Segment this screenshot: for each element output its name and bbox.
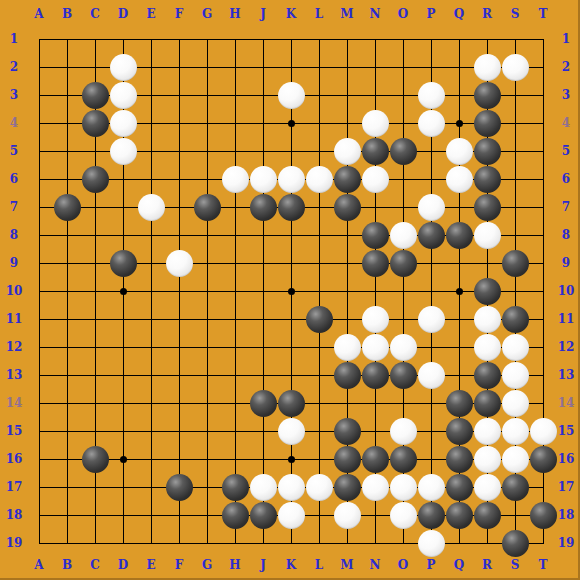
intersection-T1[interactable] bbox=[529, 25, 557, 53]
intersection-J12[interactable] bbox=[249, 333, 277, 361]
intersection-D14[interactable] bbox=[109, 389, 137, 417]
intersection-R10[interactable] bbox=[473, 277, 501, 305]
intersection-T2[interactable] bbox=[529, 53, 557, 81]
intersection-B16[interactable] bbox=[53, 445, 81, 473]
intersection-K7[interactable] bbox=[277, 193, 305, 221]
intersection-S1[interactable] bbox=[501, 25, 529, 53]
intersection-T13[interactable] bbox=[529, 361, 557, 389]
intersection-S18[interactable] bbox=[501, 501, 529, 529]
intersection-P1[interactable] bbox=[417, 25, 445, 53]
intersection-Q2[interactable] bbox=[445, 53, 473, 81]
intersection-G5[interactable] bbox=[193, 137, 221, 165]
intersection-C4[interactable] bbox=[81, 109, 109, 137]
intersection-H17[interactable] bbox=[221, 473, 249, 501]
intersection-D15[interactable] bbox=[109, 417, 137, 445]
intersection-R7[interactable] bbox=[473, 193, 501, 221]
intersection-B4[interactable] bbox=[53, 109, 81, 137]
intersection-O17[interactable] bbox=[389, 473, 417, 501]
intersection-N2[interactable] bbox=[361, 53, 389, 81]
intersection-H4[interactable] bbox=[221, 109, 249, 137]
intersection-B7[interactable] bbox=[53, 193, 81, 221]
intersection-F17[interactable] bbox=[165, 473, 193, 501]
intersection-Q4[interactable] bbox=[445, 109, 473, 137]
intersection-N8[interactable] bbox=[361, 221, 389, 249]
intersection-L2[interactable] bbox=[305, 53, 333, 81]
intersection-G2[interactable] bbox=[193, 53, 221, 81]
intersection-A14[interactable] bbox=[25, 389, 53, 417]
intersection-T8[interactable] bbox=[529, 221, 557, 249]
intersection-G15[interactable] bbox=[193, 417, 221, 445]
intersection-G4[interactable] bbox=[193, 109, 221, 137]
intersection-F13[interactable] bbox=[165, 361, 193, 389]
intersection-A5[interactable] bbox=[25, 137, 53, 165]
intersection-T18[interactable] bbox=[529, 501, 557, 529]
intersection-B9[interactable] bbox=[53, 249, 81, 277]
intersection-A17[interactable] bbox=[25, 473, 53, 501]
intersection-F11[interactable] bbox=[165, 305, 193, 333]
intersection-R9[interactable] bbox=[473, 249, 501, 277]
intersection-O8[interactable] bbox=[389, 221, 417, 249]
intersection-K12[interactable] bbox=[277, 333, 305, 361]
intersection-O13[interactable] bbox=[389, 361, 417, 389]
intersection-A3[interactable] bbox=[25, 81, 53, 109]
intersection-R1[interactable] bbox=[473, 25, 501, 53]
intersection-T3[interactable] bbox=[529, 81, 557, 109]
intersection-F12[interactable] bbox=[165, 333, 193, 361]
intersection-J13[interactable] bbox=[249, 361, 277, 389]
intersection-L5[interactable] bbox=[305, 137, 333, 165]
intersection-L10[interactable] bbox=[305, 277, 333, 305]
intersection-M3[interactable] bbox=[333, 81, 361, 109]
intersection-G6[interactable] bbox=[193, 165, 221, 193]
intersection-E13[interactable] bbox=[137, 361, 165, 389]
intersection-K4[interactable] bbox=[277, 109, 305, 137]
intersection-T17[interactable] bbox=[529, 473, 557, 501]
intersection-A15[interactable] bbox=[25, 417, 53, 445]
intersection-Q3[interactable] bbox=[445, 81, 473, 109]
intersection-P4[interactable] bbox=[417, 109, 445, 137]
intersection-M18[interactable] bbox=[333, 501, 361, 529]
intersection-E4[interactable] bbox=[137, 109, 165, 137]
intersection-H13[interactable] bbox=[221, 361, 249, 389]
intersection-D3[interactable] bbox=[109, 81, 137, 109]
intersection-T14[interactable] bbox=[529, 389, 557, 417]
intersection-S14[interactable] bbox=[501, 389, 529, 417]
intersection-J10[interactable] bbox=[249, 277, 277, 305]
intersection-C5[interactable] bbox=[81, 137, 109, 165]
intersection-P2[interactable] bbox=[417, 53, 445, 81]
intersection-B3[interactable] bbox=[53, 81, 81, 109]
intersection-G9[interactable] bbox=[193, 249, 221, 277]
intersection-J19[interactable] bbox=[249, 529, 277, 557]
intersection-M7[interactable] bbox=[333, 193, 361, 221]
intersection-Q9[interactable] bbox=[445, 249, 473, 277]
intersection-N7[interactable] bbox=[361, 193, 389, 221]
intersection-E9[interactable] bbox=[137, 249, 165, 277]
intersection-R17[interactable] bbox=[473, 473, 501, 501]
intersection-M16[interactable] bbox=[333, 445, 361, 473]
intersection-N13[interactable] bbox=[361, 361, 389, 389]
intersection-H19[interactable] bbox=[221, 529, 249, 557]
intersection-D5[interactable] bbox=[109, 137, 137, 165]
intersection-M13[interactable] bbox=[333, 361, 361, 389]
intersection-N19[interactable] bbox=[361, 529, 389, 557]
intersection-C17[interactable] bbox=[81, 473, 109, 501]
intersection-M6[interactable] bbox=[333, 165, 361, 193]
intersection-E15[interactable] bbox=[137, 417, 165, 445]
intersection-A7[interactable] bbox=[25, 193, 53, 221]
intersection-F19[interactable] bbox=[165, 529, 193, 557]
intersection-T11[interactable] bbox=[529, 305, 557, 333]
intersection-K11[interactable] bbox=[277, 305, 305, 333]
intersection-G18[interactable] bbox=[193, 501, 221, 529]
intersection-S7[interactable] bbox=[501, 193, 529, 221]
intersection-M12[interactable] bbox=[333, 333, 361, 361]
intersection-C16[interactable] bbox=[81, 445, 109, 473]
intersection-J3[interactable] bbox=[249, 81, 277, 109]
intersection-J7[interactable] bbox=[249, 193, 277, 221]
intersection-S2[interactable] bbox=[501, 53, 529, 81]
intersection-T9[interactable] bbox=[529, 249, 557, 277]
intersection-D12[interactable] bbox=[109, 333, 137, 361]
intersection-H8[interactable] bbox=[221, 221, 249, 249]
intersection-C12[interactable] bbox=[81, 333, 109, 361]
intersection-P6[interactable] bbox=[417, 165, 445, 193]
intersection-L17[interactable] bbox=[305, 473, 333, 501]
intersection-G16[interactable] bbox=[193, 445, 221, 473]
intersection-P18[interactable] bbox=[417, 501, 445, 529]
intersection-D1[interactable] bbox=[109, 25, 137, 53]
intersection-G7[interactable] bbox=[193, 193, 221, 221]
intersection-T5[interactable] bbox=[529, 137, 557, 165]
intersection-N16[interactable] bbox=[361, 445, 389, 473]
intersection-R13[interactable] bbox=[473, 361, 501, 389]
intersection-A12[interactable] bbox=[25, 333, 53, 361]
intersection-R6[interactable] bbox=[473, 165, 501, 193]
intersection-L19[interactable] bbox=[305, 529, 333, 557]
intersection-F9[interactable] bbox=[165, 249, 193, 277]
intersection-J15[interactable] bbox=[249, 417, 277, 445]
intersection-T7[interactable] bbox=[529, 193, 557, 221]
intersection-L11[interactable] bbox=[305, 305, 333, 333]
intersection-F15[interactable] bbox=[165, 417, 193, 445]
intersection-O12[interactable] bbox=[389, 333, 417, 361]
intersection-F16[interactable] bbox=[165, 445, 193, 473]
intersection-C7[interactable] bbox=[81, 193, 109, 221]
intersection-L14[interactable] bbox=[305, 389, 333, 417]
intersection-C19[interactable] bbox=[81, 529, 109, 557]
intersection-G12[interactable] bbox=[193, 333, 221, 361]
intersection-R2[interactable] bbox=[473, 53, 501, 81]
intersection-F8[interactable] bbox=[165, 221, 193, 249]
intersection-A6[interactable] bbox=[25, 165, 53, 193]
intersection-C3[interactable] bbox=[81, 81, 109, 109]
intersection-D2[interactable] bbox=[109, 53, 137, 81]
intersection-B6[interactable] bbox=[53, 165, 81, 193]
intersection-B17[interactable] bbox=[53, 473, 81, 501]
intersection-N14[interactable] bbox=[361, 389, 389, 417]
intersection-R19[interactable] bbox=[473, 529, 501, 557]
intersection-R8[interactable] bbox=[473, 221, 501, 249]
intersection-S9[interactable] bbox=[501, 249, 529, 277]
intersection-J2[interactable] bbox=[249, 53, 277, 81]
intersection-K19[interactable] bbox=[277, 529, 305, 557]
intersection-B18[interactable] bbox=[53, 501, 81, 529]
intersection-O14[interactable] bbox=[389, 389, 417, 417]
intersection-N9[interactable] bbox=[361, 249, 389, 277]
intersection-J4[interactable] bbox=[249, 109, 277, 137]
intersection-R3[interactable] bbox=[473, 81, 501, 109]
intersection-T16[interactable] bbox=[529, 445, 557, 473]
intersection-A9[interactable] bbox=[25, 249, 53, 277]
intersection-L16[interactable] bbox=[305, 445, 333, 473]
intersection-D18[interactable] bbox=[109, 501, 137, 529]
intersection-R11[interactable] bbox=[473, 305, 501, 333]
intersection-E7[interactable] bbox=[137, 193, 165, 221]
intersection-M1[interactable] bbox=[333, 25, 361, 53]
intersection-E11[interactable] bbox=[137, 305, 165, 333]
intersection-H14[interactable] bbox=[221, 389, 249, 417]
intersection-Q11[interactable] bbox=[445, 305, 473, 333]
intersection-E3[interactable] bbox=[137, 81, 165, 109]
intersection-F2[interactable] bbox=[165, 53, 193, 81]
intersection-T6[interactable] bbox=[529, 165, 557, 193]
intersection-H2[interactable] bbox=[221, 53, 249, 81]
intersection-C10[interactable] bbox=[81, 277, 109, 305]
intersection-S8[interactable] bbox=[501, 221, 529, 249]
intersection-R18[interactable] bbox=[473, 501, 501, 529]
intersection-R14[interactable] bbox=[473, 389, 501, 417]
intersection-O1[interactable] bbox=[389, 25, 417, 53]
intersection-F10[interactable] bbox=[165, 277, 193, 305]
intersection-S3[interactable] bbox=[501, 81, 529, 109]
intersection-J5[interactable] bbox=[249, 137, 277, 165]
intersection-E16[interactable] bbox=[137, 445, 165, 473]
intersection-G11[interactable] bbox=[193, 305, 221, 333]
intersection-M9[interactable] bbox=[333, 249, 361, 277]
intersection-O9[interactable] bbox=[389, 249, 417, 277]
intersection-D17[interactable] bbox=[109, 473, 137, 501]
intersection-B10[interactable] bbox=[53, 277, 81, 305]
intersection-C8[interactable] bbox=[81, 221, 109, 249]
intersection-B2[interactable] bbox=[53, 53, 81, 81]
intersection-R16[interactable] bbox=[473, 445, 501, 473]
intersection-C18[interactable] bbox=[81, 501, 109, 529]
intersection-Q17[interactable] bbox=[445, 473, 473, 501]
intersection-F1[interactable] bbox=[165, 25, 193, 53]
intersection-A10[interactable] bbox=[25, 277, 53, 305]
intersection-N12[interactable] bbox=[361, 333, 389, 361]
intersection-P3[interactable] bbox=[417, 81, 445, 109]
intersection-K6[interactable] bbox=[277, 165, 305, 193]
intersection-H10[interactable] bbox=[221, 277, 249, 305]
intersection-Q6[interactable] bbox=[445, 165, 473, 193]
intersection-D19[interactable] bbox=[109, 529, 137, 557]
intersection-B11[interactable] bbox=[53, 305, 81, 333]
intersection-M8[interactable] bbox=[333, 221, 361, 249]
intersection-H7[interactable] bbox=[221, 193, 249, 221]
intersection-Q15[interactable] bbox=[445, 417, 473, 445]
intersection-O6[interactable] bbox=[389, 165, 417, 193]
intersection-J16[interactable] bbox=[249, 445, 277, 473]
intersection-S4[interactable] bbox=[501, 109, 529, 137]
intersection-O5[interactable] bbox=[389, 137, 417, 165]
intersection-C11[interactable] bbox=[81, 305, 109, 333]
intersection-P14[interactable] bbox=[417, 389, 445, 417]
intersection-O2[interactable] bbox=[389, 53, 417, 81]
intersection-S15[interactable] bbox=[501, 417, 529, 445]
intersection-A8[interactable] bbox=[25, 221, 53, 249]
intersection-G8[interactable] bbox=[193, 221, 221, 249]
intersection-E10[interactable] bbox=[137, 277, 165, 305]
intersection-F6[interactable] bbox=[165, 165, 193, 193]
intersection-O18[interactable] bbox=[389, 501, 417, 529]
intersection-H5[interactable] bbox=[221, 137, 249, 165]
intersection-B1[interactable] bbox=[53, 25, 81, 53]
intersection-J9[interactable] bbox=[249, 249, 277, 277]
intersection-F14[interactable] bbox=[165, 389, 193, 417]
intersection-P16[interactable] bbox=[417, 445, 445, 473]
intersection-Q7[interactable] bbox=[445, 193, 473, 221]
intersection-L18[interactable] bbox=[305, 501, 333, 529]
intersection-O10[interactable] bbox=[389, 277, 417, 305]
intersection-L6[interactable] bbox=[305, 165, 333, 193]
intersection-H16[interactable] bbox=[221, 445, 249, 473]
intersection-R4[interactable] bbox=[473, 109, 501, 137]
intersection-K8[interactable] bbox=[277, 221, 305, 249]
intersection-P17[interactable] bbox=[417, 473, 445, 501]
intersection-F4[interactable] bbox=[165, 109, 193, 137]
intersection-D11[interactable] bbox=[109, 305, 137, 333]
intersection-R12[interactable] bbox=[473, 333, 501, 361]
intersection-K16[interactable] bbox=[277, 445, 305, 473]
intersection-G17[interactable] bbox=[193, 473, 221, 501]
intersection-D8[interactable] bbox=[109, 221, 137, 249]
intersection-L12[interactable] bbox=[305, 333, 333, 361]
intersection-E14[interactable] bbox=[137, 389, 165, 417]
intersection-T19[interactable] bbox=[529, 529, 557, 557]
intersection-Q19[interactable] bbox=[445, 529, 473, 557]
intersection-L3[interactable] bbox=[305, 81, 333, 109]
intersection-N6[interactable] bbox=[361, 165, 389, 193]
intersection-O19[interactable] bbox=[389, 529, 417, 557]
intersection-L15[interactable] bbox=[305, 417, 333, 445]
intersection-H12[interactable] bbox=[221, 333, 249, 361]
intersection-H15[interactable] bbox=[221, 417, 249, 445]
intersection-P15[interactable] bbox=[417, 417, 445, 445]
intersection-A18[interactable] bbox=[25, 501, 53, 529]
intersection-K9[interactable] bbox=[277, 249, 305, 277]
intersection-K2[interactable] bbox=[277, 53, 305, 81]
intersection-D7[interactable] bbox=[109, 193, 137, 221]
intersection-D13[interactable] bbox=[109, 361, 137, 389]
intersection-R15[interactable] bbox=[473, 417, 501, 445]
intersection-E18[interactable] bbox=[137, 501, 165, 529]
intersection-S13[interactable] bbox=[501, 361, 529, 389]
intersection-E17[interactable] bbox=[137, 473, 165, 501]
intersection-S17[interactable] bbox=[501, 473, 529, 501]
intersection-D16[interactable] bbox=[109, 445, 137, 473]
intersection-H3[interactable] bbox=[221, 81, 249, 109]
intersection-O15[interactable] bbox=[389, 417, 417, 445]
intersection-O16[interactable] bbox=[389, 445, 417, 473]
intersection-L9[interactable] bbox=[305, 249, 333, 277]
intersection-G3[interactable] bbox=[193, 81, 221, 109]
intersection-O3[interactable] bbox=[389, 81, 417, 109]
intersection-D9[interactable] bbox=[109, 249, 137, 277]
intersection-G1[interactable] bbox=[193, 25, 221, 53]
intersection-C9[interactable] bbox=[81, 249, 109, 277]
intersection-A16[interactable] bbox=[25, 445, 53, 473]
intersection-N18[interactable] bbox=[361, 501, 389, 529]
intersection-M14[interactable] bbox=[333, 389, 361, 417]
intersection-N4[interactable] bbox=[361, 109, 389, 137]
intersection-P10[interactable] bbox=[417, 277, 445, 305]
intersection-J14[interactable] bbox=[249, 389, 277, 417]
intersection-C14[interactable] bbox=[81, 389, 109, 417]
intersection-F5[interactable] bbox=[165, 137, 193, 165]
intersection-D4[interactable] bbox=[109, 109, 137, 137]
intersection-H6[interactable] bbox=[221, 165, 249, 193]
intersection-E6[interactable] bbox=[137, 165, 165, 193]
intersection-N17[interactable] bbox=[361, 473, 389, 501]
intersection-E1[interactable] bbox=[137, 25, 165, 53]
intersection-P5[interactable] bbox=[417, 137, 445, 165]
intersection-P19[interactable] bbox=[417, 529, 445, 557]
intersection-J6[interactable] bbox=[249, 165, 277, 193]
intersection-N1[interactable] bbox=[361, 25, 389, 53]
intersection-O4[interactable] bbox=[389, 109, 417, 137]
intersection-Q1[interactable] bbox=[445, 25, 473, 53]
intersection-Q12[interactable] bbox=[445, 333, 473, 361]
intersection-D6[interactable] bbox=[109, 165, 137, 193]
intersection-Q10[interactable] bbox=[445, 277, 473, 305]
intersection-P12[interactable] bbox=[417, 333, 445, 361]
intersection-K10[interactable] bbox=[277, 277, 305, 305]
intersection-S10[interactable] bbox=[501, 277, 529, 305]
intersection-P9[interactable] bbox=[417, 249, 445, 277]
intersection-K17[interactable] bbox=[277, 473, 305, 501]
intersection-E19[interactable] bbox=[137, 529, 165, 557]
intersection-N15[interactable] bbox=[361, 417, 389, 445]
intersection-B19[interactable] bbox=[53, 529, 81, 557]
intersection-N10[interactable] bbox=[361, 277, 389, 305]
intersection-T4[interactable] bbox=[529, 109, 557, 137]
intersection-Q16[interactable] bbox=[445, 445, 473, 473]
intersection-S19[interactable] bbox=[501, 529, 529, 557]
intersection-M5[interactable] bbox=[333, 137, 361, 165]
intersection-H18[interactable] bbox=[221, 501, 249, 529]
intersection-B14[interactable] bbox=[53, 389, 81, 417]
intersection-Q18[interactable] bbox=[445, 501, 473, 529]
intersection-G10[interactable] bbox=[193, 277, 221, 305]
intersection-P13[interactable] bbox=[417, 361, 445, 389]
intersection-E2[interactable] bbox=[137, 53, 165, 81]
intersection-J17[interactable] bbox=[249, 473, 277, 501]
intersection-L1[interactable] bbox=[305, 25, 333, 53]
intersection-C13[interactable] bbox=[81, 361, 109, 389]
intersection-G13[interactable] bbox=[193, 361, 221, 389]
intersection-P7[interactable] bbox=[417, 193, 445, 221]
intersection-T10[interactable] bbox=[529, 277, 557, 305]
intersection-G19[interactable] bbox=[193, 529, 221, 557]
intersection-B5[interactable] bbox=[53, 137, 81, 165]
intersection-A1[interactable] bbox=[25, 25, 53, 53]
intersection-J11[interactable] bbox=[249, 305, 277, 333]
intersection-J18[interactable] bbox=[249, 501, 277, 529]
intersection-K18[interactable] bbox=[277, 501, 305, 529]
intersection-B8[interactable] bbox=[53, 221, 81, 249]
